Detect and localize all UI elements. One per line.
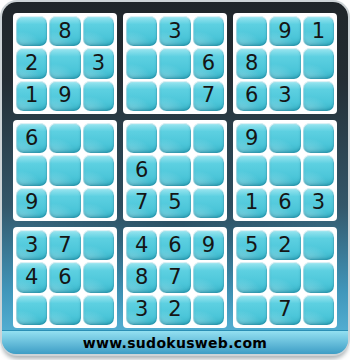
cell-r3c1[interactable]: 1 — [16, 81, 47, 111]
sudoku-box-r3c1: 3746 — [13, 227, 117, 328]
cell-r7c7[interactable]: 5 — [236, 230, 267, 260]
cell-r2c9[interactable] — [303, 48, 334, 78]
cell-r2c4[interactable] — [126, 48, 157, 78]
cell-r4c6[interactable] — [193, 123, 224, 153]
cell-r7c1[interactable]: 3 — [16, 230, 47, 260]
cell-r5c5[interactable] — [159, 155, 190, 185]
sudoku-box-r3c3: 527 — [233, 227, 337, 328]
cell-r1c6[interactable] — [193, 16, 224, 46]
cell-r7c3[interactable] — [83, 230, 114, 260]
cell-r1c9[interactable]: 1 — [303, 16, 334, 46]
cell-r8c2[interactable]: 6 — [49, 262, 80, 292]
cell-r6c3[interactable] — [83, 188, 114, 218]
cell-r7c4[interactable]: 4 — [126, 230, 157, 260]
cell-r4c7[interactable]: 9 — [236, 123, 267, 153]
cell-r6c1[interactable]: 9 — [16, 188, 47, 218]
cell-r3c6[interactable]: 7 — [193, 81, 224, 111]
cell-r9c5[interactable]: 2 — [159, 295, 190, 325]
cell-r6c6[interactable] — [193, 188, 224, 218]
cell-r5c4[interactable]: 6 — [126, 155, 157, 185]
cell-r4c5[interactable] — [159, 123, 190, 153]
sudoku-box-r2c1: 69 — [13, 120, 117, 221]
sudoku-box-r1c3: 91863 — [233, 13, 337, 114]
cell-r4c1[interactable]: 6 — [16, 123, 47, 153]
cell-r7c8[interactable]: 2 — [269, 230, 300, 260]
cell-r8c3[interactable] — [83, 262, 114, 292]
cell-r7c2[interactable]: 7 — [49, 230, 80, 260]
sudoku-box-r3c2: 4698732 — [123, 227, 227, 328]
cell-r9c7[interactable] — [236, 295, 267, 325]
cell-r3c3[interactable] — [83, 81, 114, 111]
cell-r3c4[interactable] — [126, 81, 157, 111]
cell-r9c2[interactable] — [49, 295, 80, 325]
cell-r6c8[interactable]: 6 — [269, 188, 300, 218]
cell-r5c8[interactable] — [269, 155, 300, 185]
cell-r5c1[interactable] — [16, 155, 47, 185]
sudoku-box-r1c2: 367 — [123, 13, 227, 114]
cell-r9c1[interactable] — [16, 295, 47, 325]
cell-r1c2[interactable]: 8 — [49, 16, 80, 46]
sudoku-box-r2c2: 675 — [123, 120, 227, 221]
cell-r1c8[interactable]: 9 — [269, 16, 300, 46]
cell-r9c8[interactable]: 7 — [269, 295, 300, 325]
cell-r8c4[interactable]: 8 — [126, 262, 157, 292]
sudoku-box-r1c1: 82319 — [13, 13, 117, 114]
cell-r3c9[interactable] — [303, 81, 334, 111]
cell-r8c8[interactable] — [269, 262, 300, 292]
cell-r5c3[interactable] — [83, 155, 114, 185]
sudoku-box-r2c3: 9163 — [233, 120, 337, 221]
cell-r7c5[interactable]: 6 — [159, 230, 190, 260]
cell-r1c5[interactable]: 3 — [159, 16, 190, 46]
cell-r3c5[interactable] — [159, 81, 190, 111]
cell-r1c3[interactable] — [83, 16, 114, 46]
cell-r6c9[interactable]: 3 — [303, 188, 334, 218]
cell-r7c9[interactable] — [303, 230, 334, 260]
cell-r8c5[interactable]: 7 — [159, 262, 190, 292]
cell-r9c3[interactable] — [83, 295, 114, 325]
cell-r6c4[interactable]: 7 — [126, 188, 157, 218]
cell-r4c8[interactable] — [269, 123, 300, 153]
cell-r6c7[interactable]: 1 — [236, 188, 267, 218]
cell-r3c2[interactable]: 9 — [49, 81, 80, 111]
cell-r5c9[interactable] — [303, 155, 334, 185]
cell-r8c9[interactable] — [303, 262, 334, 292]
cell-r2c2[interactable] — [49, 48, 80, 78]
cell-r6c5[interactable]: 5 — [159, 188, 190, 218]
cell-r3c8[interactable]: 3 — [269, 81, 300, 111]
cell-r2c7[interactable]: 8 — [236, 48, 267, 78]
cell-r3c7[interactable]: 6 — [236, 81, 267, 111]
cell-r6c2[interactable] — [49, 188, 80, 218]
cell-r7c6[interactable]: 9 — [193, 230, 224, 260]
cell-r9c9[interactable] — [303, 295, 334, 325]
cell-r2c6[interactable]: 6 — [193, 48, 224, 78]
cell-r4c4[interactable] — [126, 123, 157, 153]
sudoku-grid: 823193679186369675916337464698732527 — [13, 13, 337, 328]
cell-r4c3[interactable] — [83, 123, 114, 153]
cell-r5c7[interactable] — [236, 155, 267, 185]
cell-r2c5[interactable] — [159, 48, 190, 78]
cell-r8c1[interactable]: 4 — [16, 262, 47, 292]
cell-r2c1[interactable]: 2 — [16, 48, 47, 78]
cell-r1c1[interactable] — [16, 16, 47, 46]
cell-r2c8[interactable] — [269, 48, 300, 78]
cell-r9c4[interactable]: 3 — [126, 295, 157, 325]
cell-r1c7[interactable] — [236, 16, 267, 46]
cell-r9c6[interactable] — [193, 295, 224, 325]
cell-r1c4[interactable] — [126, 16, 157, 46]
footer-link[interactable]: www.sudokusweb.com — [2, 330, 348, 354]
sudoku-board-frame: 823193679186369675916337464698732527 www… — [2, 2, 348, 354]
cell-r4c2[interactable] — [49, 123, 80, 153]
cell-r5c2[interactable] — [49, 155, 80, 185]
cell-r8c7[interactable] — [236, 262, 267, 292]
cell-r2c3[interactable]: 3 — [83, 48, 114, 78]
cell-r4c9[interactable] — [303, 123, 334, 153]
cell-r8c6[interactable] — [193, 262, 224, 292]
cell-r5c6[interactable] — [193, 155, 224, 185]
